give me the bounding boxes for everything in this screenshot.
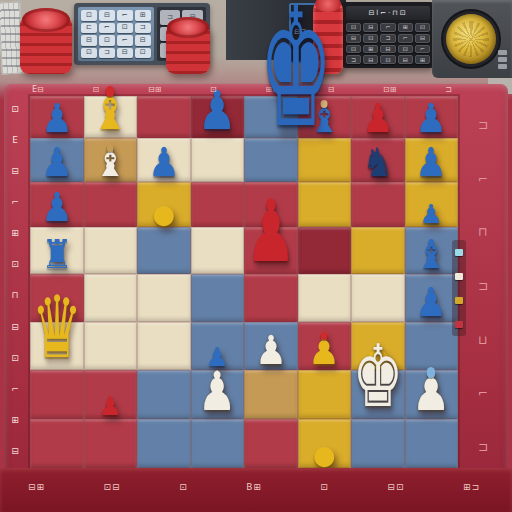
keypad-button: ⊐ bbox=[346, 55, 361, 64]
keypad-button: ⊟ bbox=[135, 35, 151, 46]
square-r2c4[interactable] bbox=[191, 138, 245, 182]
keypad-button: ⊡ bbox=[81, 48, 97, 59]
edge-chip bbox=[455, 297, 463, 304]
timer-side-buttons bbox=[498, 50, 507, 69]
square-r8c6[interactable]: ● bbox=[298, 419, 352, 468]
keypad-button: ⊡ bbox=[81, 10, 97, 21]
square-r7c3[interactable] bbox=[137, 370, 191, 419]
board-frame: ♟♝♟♝♟♟♟♝♟♞♟♟●♟♜♟♝♟♛♟♟♟●♟♟♚♟● bbox=[4, 84, 508, 512]
timer-panel bbox=[432, 0, 512, 78]
square-r2c8[interactable]: ♟ bbox=[405, 138, 459, 182]
piece-blue-pawn[interactable]: ♟ bbox=[415, 98, 447, 138]
square-r1c2[interactable]: ♝ bbox=[84, 96, 138, 138]
keypad-button: ⊟ bbox=[81, 35, 97, 46]
square-r5c2[interactable] bbox=[84, 274, 138, 322]
piece-red-pawn[interactable]: ♟ bbox=[99, 393, 122, 419]
square-r5c7[interactable] bbox=[351, 274, 405, 322]
piece-white-bishop[interactable]: ♝ bbox=[94, 142, 126, 182]
square-r3c4[interactable] bbox=[191, 182, 245, 227]
gold-dial-icon bbox=[446, 14, 496, 64]
keypad-button: ⊟ bbox=[117, 48, 133, 59]
square-r6c3[interactable] bbox=[137, 322, 191, 370]
square-r6c1[interactable]: ♛ bbox=[30, 322, 84, 370]
keypad-button: ⊟ bbox=[363, 23, 378, 32]
keypad-button: ⌐ bbox=[380, 23, 395, 32]
square-r8c8[interactable] bbox=[405, 419, 459, 468]
square-r7c6[interactable] bbox=[298, 370, 352, 419]
square-r3c8[interactable]: ♟ bbox=[405, 182, 459, 227]
piece-navy-knight[interactable]: ♞ bbox=[362, 142, 394, 182]
piece-blue-pawn[interactable]: ♟ bbox=[41, 187, 73, 227]
board-bottom-border bbox=[0, 468, 512, 512]
square-r5c6[interactable] bbox=[298, 274, 352, 322]
square-r8c4[interactable] bbox=[191, 419, 245, 468]
piece-blue-pawn[interactable]: ♟ bbox=[420, 201, 443, 227]
square-r6c5[interactable]: ♟ bbox=[244, 322, 298, 370]
piece-blue-pawn[interactable]: ♟ bbox=[41, 98, 73, 138]
square-r7c4[interactable]: ♟ bbox=[191, 370, 245, 419]
keypad-button: ⊟ bbox=[415, 34, 430, 43]
piece-blue-pawn[interactable]: ♟ bbox=[148, 142, 180, 182]
square-r5c3[interactable] bbox=[137, 274, 191, 322]
keypad-button: ⌐ bbox=[117, 10, 133, 21]
square-r2c1[interactable]: ♟ bbox=[30, 138, 84, 182]
piece-yellow-ball[interactable]: ● bbox=[152, 201, 175, 227]
piece-blue-king-tall[interactable]: ♚ bbox=[259, 0, 333, 151]
square-r8c5[interactable] bbox=[244, 419, 298, 468]
piece-blue-pawn[interactable]: ♟ bbox=[198, 84, 237, 138]
square-r7c2[interactable]: ♟ bbox=[84, 370, 138, 419]
calculator-display: ⊟l⌐·⊓⊡ bbox=[346, 6, 430, 20]
keypad-left-buttons: ⊡⊟⌐⊞⊏⌐⊡⊐⊟⊡⌐⊟⊡⊐⊟⊡ bbox=[78, 7, 154, 61]
keypad-button: ⌐ bbox=[117, 35, 133, 46]
piece-yellow-bishop[interactable]: ♝ bbox=[91, 84, 130, 138]
square-r3c1[interactable]: ♟ bbox=[30, 182, 84, 227]
keypad-button: ⊟ bbox=[346, 34, 361, 43]
square-r7c8[interactable]: ♟ bbox=[405, 370, 459, 419]
square-r1c4[interactable]: ♟ bbox=[191, 96, 245, 138]
keypad-button: ⊞ bbox=[363, 45, 378, 54]
square-r6c6[interactable]: ♟ bbox=[298, 322, 352, 370]
piece-top-accent bbox=[427, 367, 436, 378]
keypad-button: ⊞ bbox=[135, 10, 151, 21]
piece-blue-pawn[interactable]: ♟ bbox=[415, 142, 447, 182]
piece-white-king[interactable]: ♚ bbox=[352, 333, 403, 419]
piece-blue-rook[interactable]: ♜ bbox=[41, 234, 73, 274]
square-r1c1[interactable]: ♟ bbox=[30, 96, 84, 138]
piece-white-pawn[interactable]: ♟ bbox=[198, 365, 237, 419]
square-r1c3[interactable] bbox=[137, 96, 191, 138]
keypad-button: ⊡ bbox=[99, 35, 115, 46]
square-r4c1[interactable]: ♜ bbox=[30, 227, 84, 274]
square-r3c3[interactable]: ● bbox=[137, 182, 191, 227]
keypad-button: ⊡ bbox=[346, 23, 361, 32]
square-r1c8[interactable]: ♟ bbox=[405, 96, 459, 138]
keypad-button: ⊐ bbox=[380, 34, 395, 43]
edge-button-strip bbox=[452, 240, 466, 336]
square-r8c1[interactable] bbox=[30, 419, 84, 468]
keypad-button: ⊟ bbox=[99, 10, 115, 21]
keypad-button: ⌐ bbox=[415, 45, 430, 54]
piece-blue-pawn[interactable]: ♟ bbox=[415, 282, 447, 322]
keypad-button: ⊟ bbox=[363, 55, 378, 64]
square-r7c1[interactable] bbox=[30, 370, 84, 419]
piece-top-accent bbox=[321, 332, 328, 340]
keypad-button: ⊡ bbox=[398, 45, 413, 54]
square-r4c4[interactable] bbox=[191, 227, 245, 274]
piece-red-pawn[interactable]: ♟ bbox=[362, 98, 394, 138]
keypad-button: ⊐ bbox=[99, 48, 115, 59]
edge-chip bbox=[455, 249, 463, 256]
square-r8c7[interactable] bbox=[351, 419, 405, 468]
piece-red-pawn[interactable]: ♟ bbox=[245, 188, 296, 274]
square-r2c2[interactable]: ♝ bbox=[84, 138, 138, 182]
piece-blue-pawn[interactable]: ♟ bbox=[41, 142, 73, 182]
red-chip-stack-left bbox=[20, 16, 72, 74]
keypad-button: ⊡ bbox=[415, 23, 430, 32]
red-chip-stack-mid bbox=[166, 24, 210, 74]
game-calculator: ⊟l⌐·⊓⊡ ⊡⊟⌐⊞⊡⊟⊡⊐⌐⊟⊡⊞⊟⊡⌐⊐⊟⊡⊟⊞ bbox=[342, 2, 434, 68]
keypad-button: ⊡ bbox=[135, 48, 151, 59]
piece-yellow-queen[interactable]: ♛ bbox=[31, 284, 82, 370]
keypad-button: ⊏ bbox=[81, 23, 97, 34]
square-r5c5[interactable] bbox=[244, 274, 298, 322]
edge-chip bbox=[455, 321, 463, 328]
square-r3c6[interactable] bbox=[298, 182, 352, 227]
square-r4c2[interactable] bbox=[84, 227, 138, 274]
piece-top-accent bbox=[107, 144, 114, 152]
calculator-buttons: ⊡⊟⌐⊞⊡⊟⊡⊐⌐⊟⊡⊞⊟⊡⌐⊐⊟⊡⊟⊞ bbox=[346, 23, 430, 64]
square-r8c2[interactable] bbox=[84, 419, 138, 468]
square-r2c3[interactable]: ♟ bbox=[137, 138, 191, 182]
keypad-button: ⌐ bbox=[99, 23, 115, 34]
square-r5c4[interactable] bbox=[191, 274, 245, 322]
keypad-button: ⊟ bbox=[380, 45, 395, 54]
square-r4c3[interactable] bbox=[137, 227, 191, 274]
square-r4c7[interactable] bbox=[351, 227, 405, 274]
piece-yellow-pawn[interactable]: ♟ bbox=[308, 330, 340, 370]
piece-white-pawn[interactable]: ♟ bbox=[255, 330, 287, 370]
keypad-button: ⊐ bbox=[135, 23, 151, 34]
square-r3c7[interactable] bbox=[351, 182, 405, 227]
square-r3c2[interactable] bbox=[84, 182, 138, 227]
square-r5c8[interactable]: ♟ bbox=[405, 274, 459, 322]
square-r1c7[interactable]: ♟ bbox=[351, 96, 405, 138]
square-r7c7[interactable]: ♚ bbox=[351, 370, 405, 419]
piece-white-pawn[interactable]: ♟ bbox=[412, 365, 451, 419]
board-grid: ♟♝♟♝♟♟♟♝♟♞♟♟●♟♜♟♝♟♛♟♟♟●♟♟♚♟● bbox=[30, 96, 458, 468]
square-r4c8[interactable]: ♝ bbox=[405, 227, 459, 274]
keypad-button: ⊡ bbox=[363, 34, 378, 43]
keypad-button: ⊡ bbox=[117, 23, 133, 34]
keypad-button: ⌐ bbox=[398, 34, 413, 43]
square-r6c2[interactable] bbox=[84, 322, 138, 370]
square-r2c7[interactable]: ♞ bbox=[351, 138, 405, 182]
tabletop-scene: ⊡⊟⌐⊞⊏⌐⊡⊐⊟⊡⌐⊟⊡⊐⊟⊡ ⊐⊟⌐⊡⊟⊐ ⊟⊡⌐ ⊟l⌐·⊓⊡ ⊡⊟⌐⊞⊡… bbox=[0, 0, 512, 512]
square-r4c6[interactable] bbox=[298, 227, 352, 274]
square-r7c5[interactable] bbox=[244, 370, 298, 419]
piece-blue-bishop[interactable]: ♝ bbox=[415, 234, 447, 274]
piece-yellow-ball[interactable]: ● bbox=[313, 442, 336, 468]
keypad-button: ⊞ bbox=[415, 55, 430, 64]
piece-top-accent bbox=[106, 86, 115, 97]
keypad-button: ⊟ bbox=[398, 55, 413, 64]
edge-chip bbox=[455, 273, 463, 280]
square-r4c5[interactable]: ♟ bbox=[244, 227, 298, 274]
keypad-button: ⊡ bbox=[380, 55, 395, 64]
keypad-button: ⊞ bbox=[398, 23, 413, 32]
keypad-button: ⊡ bbox=[346, 45, 361, 54]
square-r8c3[interactable] bbox=[137, 419, 191, 468]
